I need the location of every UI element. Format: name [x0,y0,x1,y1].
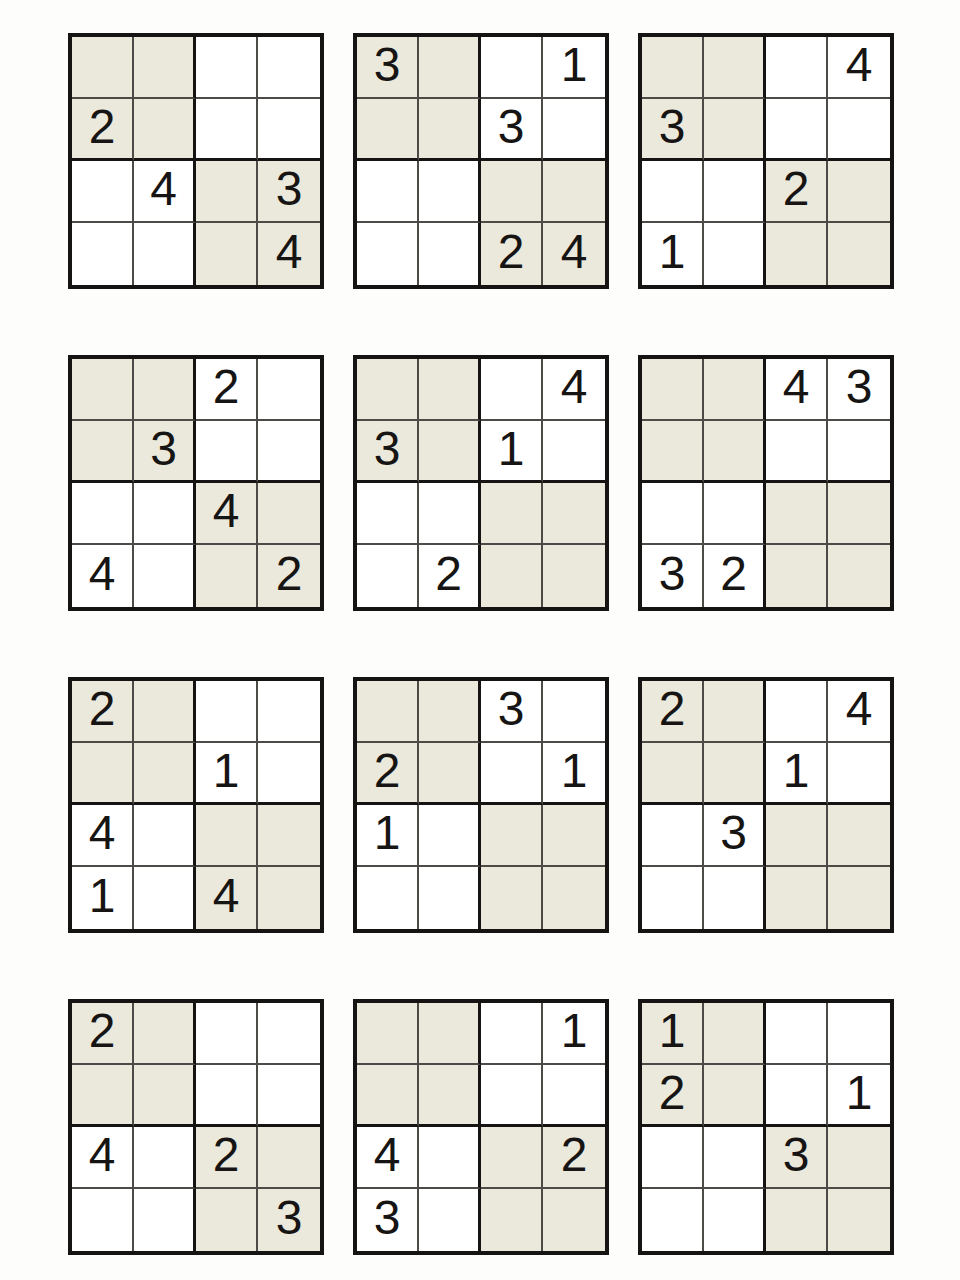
puzzle-12-cell-r3c1 [642,1127,704,1189]
puzzle-6-cell-r1c3: 4 [766,359,828,421]
puzzle-6-cell-r4c3 [766,545,828,607]
puzzle-10-cell-r3c3: 2 [196,1127,258,1189]
puzzle-7-cell-r2c4 [258,743,320,805]
puzzle-9-cell-r2c2 [704,743,766,805]
puzzle-9-cell-r1c4: 4 [828,681,890,743]
puzzle-1-cell-r2c1: 2 [72,99,134,161]
puzzle-grid-9: 2413 [638,677,894,933]
puzzle-9-cell-r3c3 [766,805,828,867]
puzzle-2-cell-r1c3 [481,37,543,99]
puzzle-5-cell-r3c2 [419,483,481,545]
puzzle-2-cell-r1c2 [419,37,481,99]
puzzle-7-cell-r1c1: 2 [72,681,134,743]
puzzle-3-cell-r1c1 [642,37,704,99]
puzzle-grid-6: 4332 [638,355,894,611]
puzzle-7-cell-r4c1: 1 [72,867,134,929]
puzzle-11-cell-r2c1 [357,1065,419,1127]
puzzle-4-cell-r4c2 [134,545,196,607]
puzzle-8-cell-r1c2 [419,681,481,743]
puzzle-12-cell-r2c3 [766,1065,828,1127]
puzzle-6-cell-r2c3 [766,421,828,483]
puzzle-9-cell-r4c4 [828,867,890,929]
puzzle-7-cell-r1c4 [258,681,320,743]
puzzle-1-cell-r3c4: 3 [258,161,320,223]
puzzle-5-cell-r3c1 [357,483,419,545]
puzzle-6-cell-r1c1 [642,359,704,421]
puzzle-grid-2: 31324 [353,33,609,289]
puzzle-3-cell-r1c4: 4 [828,37,890,99]
puzzle-8-cell-r1c1 [357,681,419,743]
puzzle-1-cell-r4c1 [72,223,134,285]
puzzle-6-cell-r1c4: 3 [828,359,890,421]
puzzle-6-cell-r2c4 [828,421,890,483]
puzzle-2-cell-r4c4: 4 [543,223,605,285]
puzzle-4-cell-r4c3 [196,545,258,607]
puzzle-10-cell-r1c1: 2 [72,1003,134,1065]
puzzle-10-cell-r3c1: 4 [72,1127,134,1189]
puzzle-7-cell-r1c3 [196,681,258,743]
puzzle-4-cell-r3c1 [72,483,134,545]
puzzle-12-cell-r4c2 [704,1189,766,1251]
puzzle-12-cell-r3c2 [704,1127,766,1189]
puzzle-5-cell-r1c4: 4 [543,359,605,421]
puzzle-8-cell-r3c3 [481,805,543,867]
puzzle-4-cell-r2c2: 3 [134,421,196,483]
puzzle-6-cell-r4c1: 3 [642,545,704,607]
puzzle-3-cell-r3c2 [704,161,766,223]
puzzle-12-cell-r1c3 [766,1003,828,1065]
puzzle-2-cell-r2c4 [543,99,605,161]
puzzle-11-cell-r2c3 [481,1065,543,1127]
puzzle-1-cell-r4c4: 4 [258,223,320,285]
puzzle-12-cell-r4c4 [828,1189,890,1251]
puzzle-12-cell-r2c2 [704,1065,766,1127]
puzzle-9-cell-r4c1 [642,867,704,929]
puzzle-8-cell-r2c2 [419,743,481,805]
puzzle-5-cell-r4c4 [543,545,605,607]
puzzle-2-cell-r3c3 [481,161,543,223]
puzzle-5-cell-r3c3 [481,483,543,545]
puzzle-8-cell-r4c3 [481,867,543,929]
puzzle-2-cell-r3c4 [543,161,605,223]
puzzle-9-cell-r4c2 [704,867,766,929]
puzzle-3-cell-r1c3 [766,37,828,99]
puzzle-7-cell-r2c2 [134,743,196,805]
puzzle-5-cell-r2c3: 1 [481,421,543,483]
puzzle-1-cell-r1c1 [72,37,134,99]
puzzle-1-cell-r2c4 [258,99,320,161]
puzzle-12-cell-r2c1: 2 [642,1065,704,1127]
puzzle-grid-10: 2423 [68,999,324,1255]
puzzle-10-cell-r2c1 [72,1065,134,1127]
puzzle-9-cell-r2c1 [642,743,704,805]
puzzle-2-cell-r1c1: 3 [357,37,419,99]
puzzle-6-cell-r3c2 [704,483,766,545]
puzzle-5-cell-r4c3 [481,545,543,607]
puzzles-grid: 2434 31324 4321 23442 4312 4332 21414 32… [68,33,960,1255]
puzzle-9-cell-r1c2 [704,681,766,743]
puzzle-6-cell-r4c4 [828,545,890,607]
puzzle-11-cell-r1c2 [419,1003,481,1065]
puzzle-5-cell-r2c2 [419,421,481,483]
puzzle-grid-1: 2434 [68,33,324,289]
puzzle-6-cell-r3c1 [642,483,704,545]
puzzle-2-cell-r3c2 [419,161,481,223]
puzzle-6-cell-r3c4 [828,483,890,545]
puzzle-5-cell-r4c2: 2 [419,545,481,607]
puzzle-11-cell-r3c1: 4 [357,1127,419,1189]
puzzle-10-cell-r4c3 [196,1189,258,1251]
puzzle-1-cell-r2c2 [134,99,196,161]
puzzle-10-cell-r2c3 [196,1065,258,1127]
puzzle-9-cell-r3c2: 3 [704,805,766,867]
puzzle-3-cell-r4c2 [704,223,766,285]
puzzle-11-cell-r3c3 [481,1127,543,1189]
puzzle-5-cell-r4c1 [357,545,419,607]
puzzle-4-cell-r4c1: 4 [72,545,134,607]
puzzle-8-cell-r2c3 [481,743,543,805]
puzzle-2-cell-r1c4: 1 [543,37,605,99]
puzzle-11-cell-r1c3 [481,1003,543,1065]
puzzle-grid-3: 4321 [638,33,894,289]
puzzle-1-cell-r4c2 [134,223,196,285]
puzzle-6-cell-r4c2: 2 [704,545,766,607]
puzzle-7-cell-r3c1: 4 [72,805,134,867]
puzzle-3-cell-r4c1: 1 [642,223,704,285]
puzzle-8-cell-r3c1: 1 [357,805,419,867]
puzzle-11-cell-r1c4: 1 [543,1003,605,1065]
puzzle-7-cell-r3c2 [134,805,196,867]
puzzle-8-cell-r3c4 [543,805,605,867]
puzzle-7-cell-r3c3 [196,805,258,867]
puzzle-1-cell-r3c1 [72,161,134,223]
puzzle-6-cell-r3c3 [766,483,828,545]
worksheet: 2434 31324 4321 23442 4312 4332 21414 32… [0,0,960,1255]
puzzle-12-cell-r2c4: 1 [828,1065,890,1127]
puzzle-5-cell-r2c1: 3 [357,421,419,483]
puzzle-7-cell-r2c1 [72,743,134,805]
puzzle-3-cell-r3c3: 2 [766,161,828,223]
puzzle-12-cell-r3c3: 3 [766,1127,828,1189]
puzzle-10-cell-r4c4: 3 [258,1189,320,1251]
puzzle-3-cell-r1c2 [704,37,766,99]
puzzle-10-cell-r2c4 [258,1065,320,1127]
puzzle-5-cell-r1c2 [419,359,481,421]
puzzle-1-cell-r1c3 [196,37,258,99]
puzzle-2-cell-r4c1 [357,223,419,285]
puzzle-11-cell-r1c1 [357,1003,419,1065]
puzzle-5-cell-r2c4 [543,421,605,483]
puzzle-2-cell-r3c1 [357,161,419,223]
puzzle-9-cell-r3c4 [828,805,890,867]
puzzle-6-cell-r1c2 [704,359,766,421]
puzzle-11-cell-r2c4 [543,1065,605,1127]
puzzle-6-cell-r2c1 [642,421,704,483]
puzzle-3-cell-r2c4 [828,99,890,161]
puzzle-2-cell-r2c3: 3 [481,99,543,161]
puzzle-10-cell-r2c2 [134,1065,196,1127]
puzzle-3-cell-r3c1 [642,161,704,223]
puzzle-4-cell-r4c4: 2 [258,545,320,607]
puzzle-4-cell-r3c2 [134,483,196,545]
puzzle-1-cell-r3c2: 4 [134,161,196,223]
puzzle-2-cell-r2c2 [419,99,481,161]
puzzle-10-cell-r4c1 [72,1189,134,1251]
puzzle-8-cell-r3c2 [419,805,481,867]
puzzle-grid-5: 4312 [353,355,609,611]
puzzle-4-cell-r1c4 [258,359,320,421]
puzzle-5-cell-r1c3 [481,359,543,421]
puzzle-4-cell-r1c2 [134,359,196,421]
puzzle-4-cell-r2c3 [196,421,258,483]
puzzle-11-cell-r4c3 [481,1189,543,1251]
puzzle-12-cell-r1c2 [704,1003,766,1065]
puzzle-5-cell-r3c4 [543,483,605,545]
puzzle-2-cell-r4c2 [419,223,481,285]
puzzle-9-cell-r1c1: 2 [642,681,704,743]
puzzle-3-cell-r2c3 [766,99,828,161]
puzzle-4-cell-r2c4 [258,421,320,483]
puzzle-10-cell-r1c3 [196,1003,258,1065]
puzzle-grid-8: 3211 [353,677,609,933]
puzzle-2-cell-r2c1 [357,99,419,161]
puzzle-2-cell-r4c3: 2 [481,223,543,285]
puzzle-1-cell-r4c3 [196,223,258,285]
puzzle-4-cell-r1c3: 2 [196,359,258,421]
puzzle-11-cell-r4c1: 3 [357,1189,419,1251]
puzzle-7-cell-r4c4 [258,867,320,929]
puzzle-8-cell-r2c4: 1 [543,743,605,805]
puzzle-grid-4: 23442 [68,355,324,611]
puzzle-7-cell-r4c2 [134,867,196,929]
puzzle-4-cell-r2c1 [72,421,134,483]
puzzle-1-cell-r1c4 [258,37,320,99]
puzzle-12-cell-r4c3 [766,1189,828,1251]
puzzle-10-cell-r3c4 [258,1127,320,1189]
puzzle-4-cell-r1c1 [72,359,134,421]
puzzle-12-cell-r1c4 [828,1003,890,1065]
puzzle-12-cell-r3c4 [828,1127,890,1189]
puzzle-11-cell-r3c4: 2 [543,1127,605,1189]
puzzle-10-cell-r3c2 [134,1127,196,1189]
puzzle-4-cell-r3c4 [258,483,320,545]
puzzle-9-cell-r3c1 [642,805,704,867]
puzzle-12-cell-r4c1 [642,1189,704,1251]
puzzle-3-cell-r2c1: 3 [642,99,704,161]
puzzle-8-cell-r1c4 [543,681,605,743]
puzzle-8-cell-r2c1: 2 [357,743,419,805]
puzzle-grid-11: 1423 [353,999,609,1255]
puzzle-8-cell-r4c4 [543,867,605,929]
puzzle-7-cell-r2c3: 1 [196,743,258,805]
puzzle-11-cell-r2c2 [419,1065,481,1127]
puzzle-8-cell-r4c2 [419,867,481,929]
puzzle-11-cell-r4c4 [543,1189,605,1251]
puzzle-10-cell-r4c2 [134,1189,196,1251]
puzzle-9-cell-r2c4 [828,743,890,805]
puzzle-12-cell-r1c1: 1 [642,1003,704,1065]
puzzle-9-cell-r1c3 [766,681,828,743]
puzzle-9-cell-r4c3 [766,867,828,929]
puzzle-8-cell-r4c1 [357,867,419,929]
puzzle-3-cell-r3c4 [828,161,890,223]
puzzle-1-cell-r1c2 [134,37,196,99]
puzzle-grid-12: 1213 [638,999,894,1255]
puzzle-4-cell-r3c3: 4 [196,483,258,545]
puzzle-10-cell-r1c2 [134,1003,196,1065]
puzzle-11-cell-r4c2 [419,1189,481,1251]
puzzle-9-cell-r2c3: 1 [766,743,828,805]
puzzle-7-cell-r4c3: 4 [196,867,258,929]
puzzle-10-cell-r1c4 [258,1003,320,1065]
puzzle-11-cell-r3c2 [419,1127,481,1189]
puzzle-3-cell-r4c3 [766,223,828,285]
puzzle-1-cell-r2c3 [196,99,258,161]
puzzle-grid-7: 21414 [68,677,324,933]
puzzle-7-cell-r3c4 [258,805,320,867]
puzzle-6-cell-r2c2 [704,421,766,483]
puzzle-3-cell-r4c4 [828,223,890,285]
puzzle-1-cell-r3c3 [196,161,258,223]
puzzle-8-cell-r1c3: 3 [481,681,543,743]
puzzle-7-cell-r1c2 [134,681,196,743]
puzzle-5-cell-r1c1 [357,359,419,421]
puzzle-3-cell-r2c2 [704,99,766,161]
